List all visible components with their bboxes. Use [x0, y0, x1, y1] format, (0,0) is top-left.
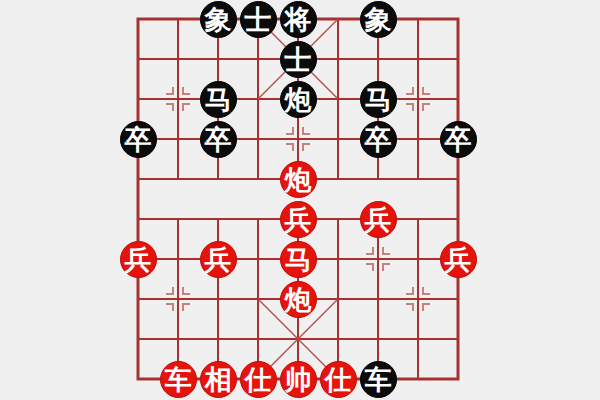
piece-red-soldier[interactable]: 兵	[280, 201, 317, 238]
piece-red-cannon[interactable]: 炮	[280, 161, 317, 198]
piece-black-horse[interactable]: 马	[360, 81, 397, 118]
piece-black-advisor[interactable]: 士	[280, 41, 317, 78]
piece-black-elephant[interactable]: 象	[360, 1, 397, 38]
piece-red-cannon[interactable]: 炮	[280, 281, 317, 318]
piece-red-chariot[interactable]: 车	[160, 361, 197, 398]
piece-red-soldier[interactable]: 兵	[120, 241, 157, 278]
piece-black-chariot[interactable]: 车	[360, 361, 397, 398]
piece-red-soldier[interactable]: 兵	[440, 241, 477, 278]
piece-black-elephant[interactable]: 象	[200, 1, 237, 38]
piece-black-soldier[interactable]: 卒	[360, 121, 397, 158]
piece-grid: 象士将象士马炮马卒卒卒卒炮兵兵兵兵马兵炮车相仕帅仕车	[118, 0, 478, 399]
piece-black-soldier[interactable]: 卒	[440, 121, 477, 158]
piece-red-advisor[interactable]: 仕	[320, 361, 357, 398]
piece-black-soldier[interactable]: 卒	[200, 121, 237, 158]
piece-red-general[interactable]: 帅	[280, 361, 317, 398]
piece-red-soldier[interactable]: 兵	[360, 201, 397, 238]
piece-black-soldier[interactable]: 卒	[120, 121, 157, 158]
xiangqi-board: 象士将象士马炮马卒卒卒卒炮兵兵兵兵马兵炮车相仕帅仕车	[0, 0, 600, 400]
piece-red-horse[interactable]: 马	[280, 241, 317, 278]
piece-red-elephant[interactable]: 相	[200, 361, 237, 398]
piece-black-advisor[interactable]: 士	[240, 1, 277, 38]
piece-black-cannon[interactable]: 炮	[280, 81, 317, 118]
piece-red-advisor[interactable]: 仕	[240, 361, 277, 398]
piece-red-soldier[interactable]: 兵	[200, 241, 237, 278]
piece-black-horse[interactable]: 马	[200, 81, 237, 118]
piece-black-general[interactable]: 将	[280, 1, 317, 38]
